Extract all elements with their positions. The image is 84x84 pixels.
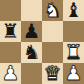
white-pawn-piece[interactable]: ♟ — [2, 63, 20, 84]
square-r1c0[interactable]: ♜ — [0, 21, 21, 42]
chess-board: ♞♝♜♟♞♜♟♛♟ — [0, 0, 84, 84]
square-r0c2[interactable]: ♞ — [42, 0, 63, 21]
square-r3c1[interactable] — [21, 63, 42, 84]
black-rook-piece[interactable]: ♜ — [2, 21, 20, 42]
square-r2c0[interactable] — [0, 42, 21, 63]
square-r1c1[interactable]: ♟ — [21, 21, 42, 42]
square-r0c1[interactable] — [21, 0, 42, 21]
square-r1c3[interactable] — [63, 21, 84, 42]
black-bishop-piece[interactable]: ♝ — [65, 0, 83, 21]
square-r3c3[interactable]: ♟ — [63, 63, 84, 84]
square-r2c1[interactable]: ♞ — [21, 42, 42, 63]
square-r2c3[interactable]: ♜ — [63, 42, 84, 63]
white-pawn-piece[interactable]: ♟ — [65, 63, 83, 84]
black-knight-piece[interactable]: ♞ — [23, 42, 41, 63]
square-r3c0[interactable]: ♟ — [0, 63, 21, 84]
square-r3c2[interactable]: ♛ — [42, 63, 63, 84]
white-queen-piece[interactable]: ♛ — [44, 63, 62, 84]
black-pawn-piece[interactable]: ♟ — [23, 21, 41, 42]
square-r0c3[interactable]: ♝ — [63, 0, 84, 21]
square-r2c2[interactable] — [42, 42, 63, 63]
square-r0c0[interactable] — [0, 0, 21, 21]
white-knight-piece[interactable]: ♞ — [44, 0, 62, 21]
square-r1c2[interactable] — [42, 21, 63, 42]
white-rook-piece[interactable]: ♜ — [65, 42, 83, 63]
